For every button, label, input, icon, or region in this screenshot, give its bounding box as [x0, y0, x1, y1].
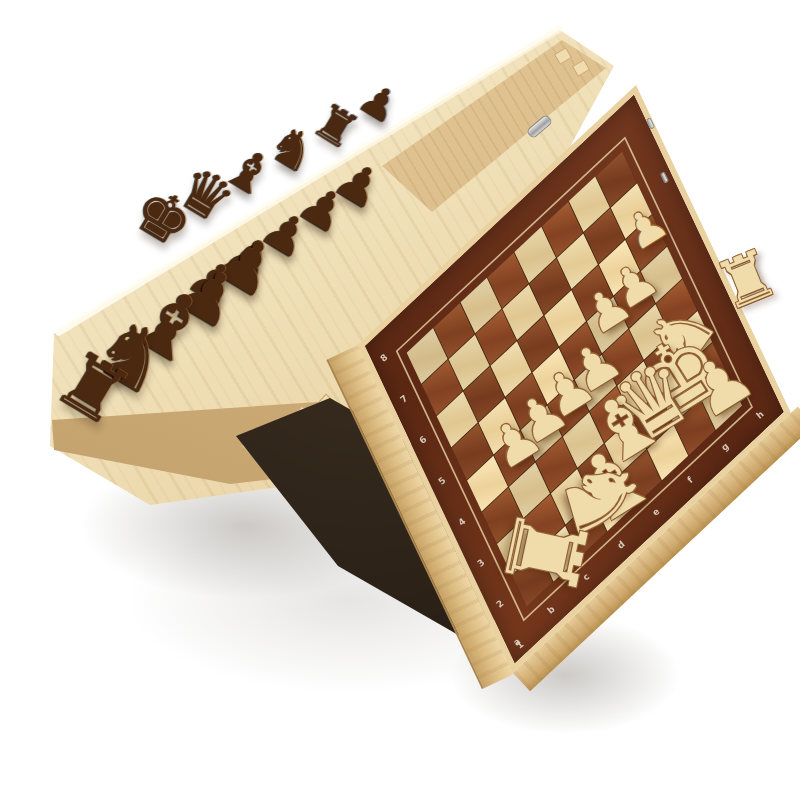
white-rook: ♜	[487, 499, 602, 606]
black-pawn: ♟	[290, 176, 355, 243]
white-pawn: ♟	[533, 356, 603, 428]
white-pawn: ♟	[560, 331, 630, 403]
white-king: ♚	[619, 314, 740, 438]
white-queen: ♛	[595, 343, 710, 461]
white-pawn: ♟	[506, 381, 576, 453]
black-pawn: ♟	[203, 220, 292, 311]
white-pawn: ♟	[617, 199, 676, 259]
white-bishop: ♝	[573, 374, 678, 482]
white-pawn: ♟	[479, 406, 549, 478]
white-rook: ♜	[707, 238, 787, 321]
black-pawn: ♟	[217, 224, 282, 291]
white-knight: ♞	[546, 445, 659, 552]
black-pawn: ♟	[253, 200, 318, 267]
black-king: ♚	[123, 176, 204, 259]
pieces-layer: ♟♟♟♟♟♟♟♟♜♜♞♞♝♝♛♚♟♜♞♝♛♚♟♟♟♟♟♟♟♝♞♜	[0, 0, 800, 800]
black-pawn: ♟	[352, 76, 407, 132]
black-bishop: ♝	[113, 267, 226, 383]
black-bishop: ♝	[214, 136, 284, 208]
black-knight: ♞	[78, 302, 184, 411]
black-queen: ♛	[168, 156, 244, 234]
white-pawn: ♟	[602, 252, 667, 318]
white-bishop: ♝	[557, 426, 669, 541]
black-pawn: ♟	[180, 248, 245, 315]
white-knight: ♞	[635, 288, 729, 381]
black-pawn: ♟	[326, 151, 391, 218]
black-pawn: ♟	[164, 251, 253, 342]
chess-set-product-photo: 87654321abcdefgh ♟♟♟♟♟♟♟♟♜♜♞♞♝♝♛♚♟♜♞♝♛♚♟…	[0, 0, 800, 800]
black-rook: ♜	[305, 95, 366, 158]
white-pawn: ♟	[575, 277, 640, 343]
white-pawn: ♟	[677, 340, 765, 430]
black-knight: ♞	[260, 116, 325, 183]
black-rook: ♜	[43, 337, 142, 439]
